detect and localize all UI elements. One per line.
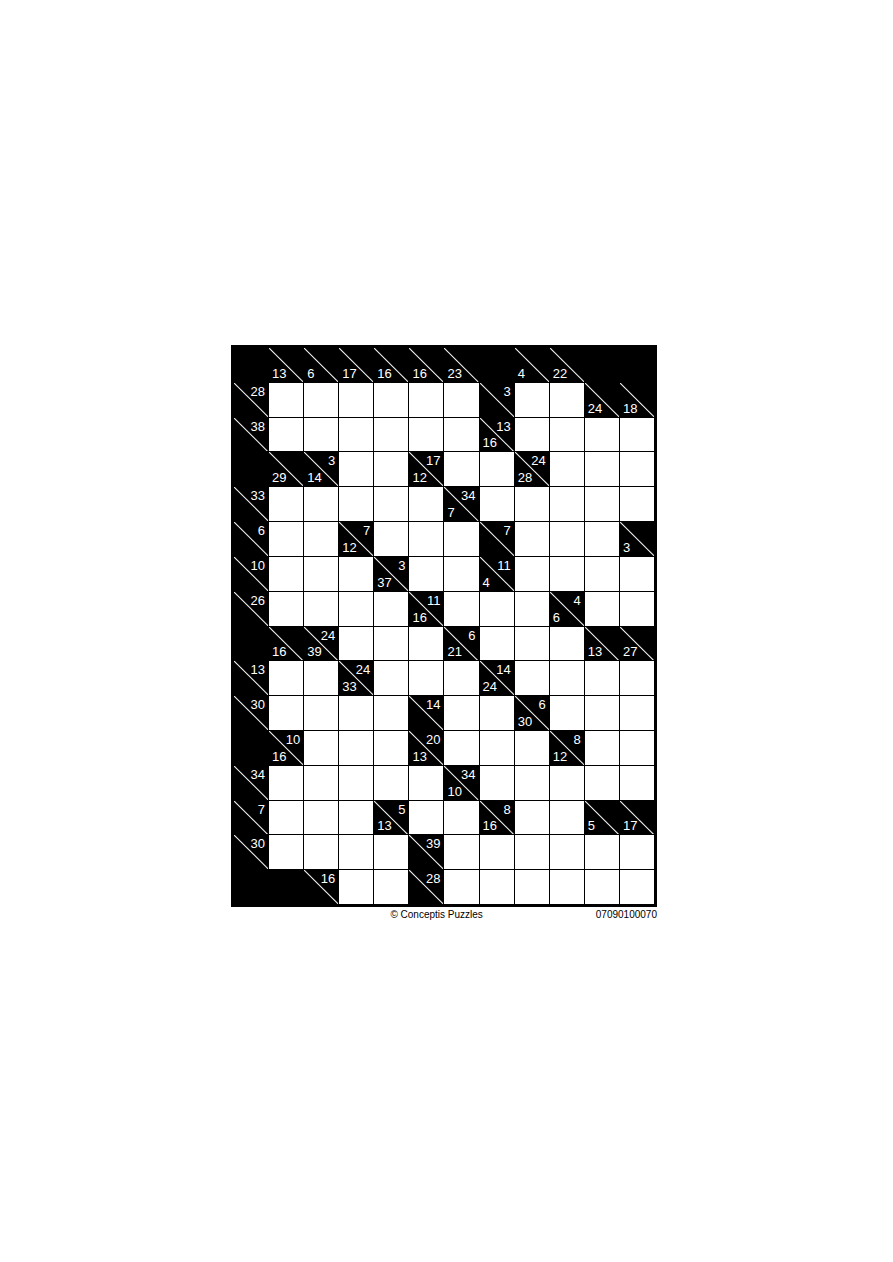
white-cell[interactable] <box>620 696 654 730</box>
clue-cell: 4 <box>515 348 549 382</box>
white-cell[interactable] <box>269 557 303 591</box>
across-clue: 11 <box>497 559 511 572</box>
white-cell[interactable] <box>480 592 514 626</box>
down-clue: 39 <box>307 645 321 658</box>
clue-cell: 6 <box>304 348 338 382</box>
white-cell[interactable] <box>550 766 584 800</box>
white-cell[interactable] <box>515 661 549 695</box>
white-cell[interactable] <box>374 592 408 626</box>
white-cell[interactable] <box>339 452 373 486</box>
clue-cell: 630 <box>515 696 549 730</box>
white-cell[interactable] <box>515 870 549 904</box>
white-cell[interactable] <box>550 557 584 591</box>
white-cell[interactable] <box>339 487 373 521</box>
white-cell[interactable] <box>620 487 654 521</box>
white-cell[interactable] <box>444 522 478 556</box>
white-cell[interactable] <box>304 835 338 869</box>
white-cell[interactable] <box>339 801 373 835</box>
across-clue: 7 <box>503 524 510 537</box>
across-clue: 24 <box>531 454 545 467</box>
black-cell <box>234 870 268 904</box>
white-cell[interactable] <box>304 487 338 521</box>
down-clue: 13 <box>377 819 391 832</box>
down-clue: 23 <box>447 367 461 380</box>
white-cell[interactable] <box>515 766 549 800</box>
down-clue: 18 <box>623 402 637 415</box>
white-cell[interactable] <box>304 592 338 626</box>
black-cell <box>269 870 303 904</box>
white-cell[interactable] <box>480 870 514 904</box>
clue-cell: 46 <box>550 592 584 626</box>
across-clue: 34 <box>251 768 265 781</box>
clue-cell: 34 <box>234 766 268 800</box>
white-cell[interactable] <box>585 557 619 591</box>
white-cell[interactable] <box>269 522 303 556</box>
clue-cell: 2428 <box>515 452 549 486</box>
clue-cell: 22 <box>550 348 584 382</box>
white-cell[interactable] <box>374 731 408 765</box>
clue-cell: 347 <box>444 487 478 521</box>
clue-cell: 14 <box>409 696 443 730</box>
white-cell[interactable] <box>515 383 549 417</box>
white-cell[interactable] <box>339 592 373 626</box>
down-clue: 22 <box>553 367 567 380</box>
copyright-text: © Conceptis Puzzles <box>390 909 482 920</box>
down-clue: 3 <box>623 541 630 554</box>
across-clue: 3 <box>503 385 510 398</box>
down-clue: 4 <box>518 367 525 380</box>
clue-cell: 1316 <box>480 418 514 452</box>
white-cell[interactable] <box>374 418 408 452</box>
down-clue: 13 <box>588 645 602 658</box>
across-clue: 6 <box>258 524 265 537</box>
down-clue: 30 <box>518 715 532 728</box>
across-clue: 14 <box>426 698 440 711</box>
white-cell[interactable] <box>515 835 549 869</box>
across-clue: 28 <box>426 872 440 885</box>
white-cell[interactable] <box>550 627 584 661</box>
down-clue: 13 <box>272 367 286 380</box>
black-cell <box>234 627 268 661</box>
clue-cell: 3 <box>620 522 654 556</box>
white-cell[interactable] <box>269 835 303 869</box>
clue-cell: 6 <box>234 522 268 556</box>
white-cell[interactable] <box>269 592 303 626</box>
white-cell[interactable] <box>304 418 338 452</box>
across-clue: 30 <box>251 837 265 850</box>
white-cell[interactable] <box>374 627 408 661</box>
clue-cell: 17 <box>339 348 373 382</box>
white-cell[interactable] <box>409 383 443 417</box>
white-cell[interactable] <box>339 627 373 661</box>
clue-cell: 39 <box>409 835 443 869</box>
clue-cell: 13 <box>234 661 268 695</box>
down-clue: 10 <box>447 785 461 798</box>
white-cell[interactable] <box>620 557 654 591</box>
white-cell[interactable] <box>585 731 619 765</box>
across-clue: 5 <box>398 803 405 816</box>
down-clue: 6 <box>553 611 560 624</box>
down-clue: 37 <box>377 576 391 589</box>
down-clue: 28 <box>518 471 532 484</box>
clue-cell: 2013 <box>409 731 443 765</box>
clue-cell: 28 <box>234 383 268 417</box>
down-clue: 33 <box>342 680 356 693</box>
across-clue: 28 <box>251 385 265 398</box>
clue-cell: 16 <box>374 348 408 382</box>
white-cell[interactable] <box>304 383 338 417</box>
down-clue: 6 <box>307 367 314 380</box>
clue-cell: 33 <box>234 487 268 521</box>
across-clue: 10 <box>286 733 300 746</box>
down-clue: 12 <box>412 471 426 484</box>
white-cell[interactable] <box>444 592 478 626</box>
white-cell[interactable] <box>585 522 619 556</box>
white-cell[interactable] <box>269 696 303 730</box>
white-cell[interactable] <box>550 418 584 452</box>
white-cell[interactable] <box>409 627 443 661</box>
white-cell[interactable] <box>550 383 584 417</box>
clue-cell: 17 <box>620 801 654 835</box>
white-cell[interactable] <box>304 522 338 556</box>
across-clue: 10 <box>251 559 265 572</box>
white-cell[interactable] <box>620 592 654 626</box>
white-cell[interactable] <box>550 522 584 556</box>
white-cell[interactable] <box>444 452 478 486</box>
white-cell[interactable] <box>480 696 514 730</box>
white-cell[interactable] <box>409 522 443 556</box>
across-clue: 7 <box>363 524 370 537</box>
white-cell[interactable] <box>515 557 549 591</box>
white-cell[interactable] <box>304 766 338 800</box>
clue-cell: 816 <box>480 801 514 835</box>
down-clue: 24 <box>588 402 602 415</box>
clue-cell: 5 <box>585 801 619 835</box>
white-cell[interactable] <box>585 696 619 730</box>
clue-cell: 513 <box>374 801 408 835</box>
clue-cell: 2433 <box>339 661 373 695</box>
across-clue: 14 <box>496 663 510 676</box>
clue-cell: 16 <box>269 627 303 661</box>
clue-cell: 27 <box>620 627 654 661</box>
white-cell[interactable] <box>269 383 303 417</box>
white-cell[interactable] <box>374 452 408 486</box>
white-cell[interactable] <box>550 487 584 521</box>
across-clue: 20 <box>426 733 440 746</box>
across-clue: 34 <box>461 768 475 781</box>
across-clue: 30 <box>251 698 265 711</box>
clue-cell: 13 <box>269 348 303 382</box>
white-cell[interactable] <box>620 661 654 695</box>
clue-cell: 7 <box>480 522 514 556</box>
white-cell[interactable] <box>269 766 303 800</box>
white-cell[interactable] <box>339 418 373 452</box>
clue-cell: 30 <box>234 696 268 730</box>
white-cell[interactable] <box>585 592 619 626</box>
clue-cell: 7 <box>234 801 268 835</box>
clue-cell: 38 <box>234 418 268 452</box>
clue-cell: 26 <box>234 592 268 626</box>
white-cell[interactable] <box>444 835 478 869</box>
down-clue: 17 <box>342 367 356 380</box>
white-cell[interactable] <box>374 487 408 521</box>
down-clue: 12 <box>342 541 356 554</box>
white-cell[interactable] <box>480 766 514 800</box>
across-clue: 8 <box>574 733 581 746</box>
down-clue: 16 <box>377 367 391 380</box>
white-cell[interactable] <box>409 801 443 835</box>
across-clue: 38 <box>251 420 265 433</box>
clue-cell: 16 <box>304 870 338 904</box>
black-cell <box>234 731 268 765</box>
white-cell[interactable] <box>480 452 514 486</box>
across-clue: 33 <box>251 489 265 502</box>
white-cell[interactable] <box>550 661 584 695</box>
across-clue: 16 <box>321 872 335 885</box>
puzzle-id: 07090100070 <box>596 909 657 920</box>
down-clue: 24 <box>483 680 497 693</box>
black-cell <box>585 348 619 382</box>
footer: © Conceptis Puzzles 07090100070 <box>231 909 657 923</box>
clue-cell: 18 <box>620 383 654 417</box>
white-cell[interactable] <box>480 835 514 869</box>
white-cell[interactable] <box>620 731 654 765</box>
clue-cell: 16 <box>409 348 443 382</box>
white-cell[interactable] <box>374 383 408 417</box>
across-clue: 24 <box>356 663 370 676</box>
across-clue: 6 <box>468 629 475 642</box>
white-cell[interactable] <box>304 557 338 591</box>
white-cell[interactable] <box>515 487 549 521</box>
white-cell[interactable] <box>620 870 654 904</box>
white-cell[interactable] <box>409 487 443 521</box>
clue-cell: 10 <box>234 557 268 591</box>
across-clue: 8 <box>503 803 510 816</box>
white-cell[interactable] <box>269 801 303 835</box>
white-cell[interactable] <box>515 418 549 452</box>
down-clue: 29 <box>272 471 286 484</box>
white-cell[interactable] <box>550 870 584 904</box>
black-cell <box>234 348 268 382</box>
white-cell[interactable] <box>269 418 303 452</box>
white-cell[interactable] <box>374 835 408 869</box>
clue-cell: 1424 <box>480 661 514 695</box>
white-cell[interactable] <box>585 835 619 869</box>
white-cell[interactable] <box>620 766 654 800</box>
white-cell[interactable] <box>409 766 443 800</box>
white-cell[interactable] <box>515 522 549 556</box>
white-cell[interactable] <box>550 452 584 486</box>
down-clue: 12 <box>553 750 567 763</box>
white-cell[interactable] <box>304 696 338 730</box>
white-cell[interactable] <box>409 418 443 452</box>
clue-cell: 13 <box>585 627 619 661</box>
down-clue: 16 <box>272 750 286 763</box>
white-cell[interactable] <box>515 627 549 661</box>
across-clue: 34 <box>461 489 475 502</box>
white-cell[interactable] <box>585 418 619 452</box>
down-clue: 16 <box>412 611 426 624</box>
black-cell <box>480 348 514 382</box>
white-cell[interactable] <box>374 696 408 730</box>
white-cell[interactable] <box>339 766 373 800</box>
clue-cell: 712 <box>339 522 373 556</box>
white-cell[interactable] <box>304 661 338 695</box>
clue-cell: 1712 <box>409 452 443 486</box>
across-clue: 3 <box>398 559 405 572</box>
white-cell[interactable] <box>444 557 478 591</box>
white-cell[interactable] <box>444 801 478 835</box>
across-clue: 13 <box>496 420 510 433</box>
down-clue: 21 <box>447 645 461 658</box>
across-clue: 26 <box>251 594 265 607</box>
white-cell[interactable] <box>550 696 584 730</box>
white-cell[interactable] <box>444 661 478 695</box>
white-cell[interactable] <box>339 731 373 765</box>
across-clue: 11 <box>427 594 441 607</box>
white-cell[interactable] <box>444 696 478 730</box>
across-clue: 6 <box>539 698 546 711</box>
down-clue: 16 <box>412 367 426 380</box>
across-clue: 3 <box>328 454 335 467</box>
white-cell[interactable] <box>269 661 303 695</box>
white-cell[interactable] <box>374 661 408 695</box>
down-clue: 16 <box>272 645 286 658</box>
down-clue: 13 <box>412 750 426 763</box>
clue-cell: 337 <box>374 557 408 591</box>
black-cell <box>234 452 268 486</box>
white-cell[interactable] <box>409 661 443 695</box>
clue-cell: 314 <box>304 452 338 486</box>
white-cell[interactable] <box>515 801 549 835</box>
white-cell[interactable] <box>409 557 443 591</box>
across-clue: 24 <box>321 629 335 642</box>
white-cell[interactable] <box>339 870 373 904</box>
white-cell[interactable] <box>339 835 373 869</box>
white-cell[interactable] <box>480 487 514 521</box>
clue-cell: 3410 <box>444 766 478 800</box>
clue-cell: 1016 <box>269 731 303 765</box>
white-cell[interactable] <box>585 487 619 521</box>
white-cell[interactable] <box>374 522 408 556</box>
white-cell[interactable] <box>585 870 619 904</box>
clue-cell: 812 <box>550 731 584 765</box>
white-cell[interactable] <box>515 731 549 765</box>
clue-cell: 2439 <box>304 627 338 661</box>
across-clue: 13 <box>251 663 265 676</box>
white-cell[interactable] <box>515 592 549 626</box>
down-clue: 16 <box>483 819 497 832</box>
white-cell[interactable] <box>585 661 619 695</box>
white-cell[interactable] <box>550 801 584 835</box>
clue-cell: 24 <box>585 383 619 417</box>
clue-cell: 29 <box>269 452 303 486</box>
white-cell[interactable] <box>304 801 338 835</box>
across-clue: 39 <box>426 837 440 850</box>
white-cell[interactable] <box>585 766 619 800</box>
white-cell[interactable] <box>374 766 408 800</box>
across-clue: 7 <box>258 803 265 816</box>
white-cell[interactable] <box>374 870 408 904</box>
white-cell[interactable] <box>620 835 654 869</box>
clue-cell: 1116 <box>409 592 443 626</box>
clue-cell: 30 <box>234 835 268 869</box>
white-cell[interactable] <box>444 418 478 452</box>
white-cell[interactable] <box>620 452 654 486</box>
clue-cell: 28 <box>409 870 443 904</box>
white-cell[interactable] <box>444 731 478 765</box>
white-cell[interactable] <box>550 835 584 869</box>
down-clue: 27 <box>623 645 637 658</box>
down-clue: 5 <box>588 819 595 832</box>
white-cell[interactable] <box>339 383 373 417</box>
white-cell[interactable] <box>480 627 514 661</box>
down-clue: 4 <box>483 576 490 589</box>
down-clue: 7 <box>447 506 454 519</box>
clue-cell: 621 <box>444 627 478 661</box>
down-clue: 16 <box>483 436 497 449</box>
down-clue: 17 <box>623 819 637 832</box>
page: 1361716162342228324183813162931417122428… <box>0 0 893 1262</box>
across-clue: 17 <box>426 454 440 467</box>
down-clue: 14 <box>307 471 321 484</box>
white-cell[interactable] <box>304 731 338 765</box>
black-cell <box>620 348 654 382</box>
white-cell[interactable] <box>339 696 373 730</box>
across-clue: 4 <box>574 594 581 607</box>
white-cell[interactable] <box>444 383 478 417</box>
clue-cell: 23 <box>444 348 478 382</box>
white-cell[interactable] <box>480 731 514 765</box>
white-cell[interactable] <box>585 452 619 486</box>
clue-cell: 114 <box>480 557 514 591</box>
kakuro-board: 1361716162342228324183813162931417122428… <box>231 345 657 907</box>
white-cell[interactable] <box>339 557 373 591</box>
white-cell[interactable] <box>269 487 303 521</box>
white-cell[interactable] <box>620 418 654 452</box>
clue-cell: 3 <box>480 383 514 417</box>
white-cell[interactable] <box>444 870 478 904</box>
